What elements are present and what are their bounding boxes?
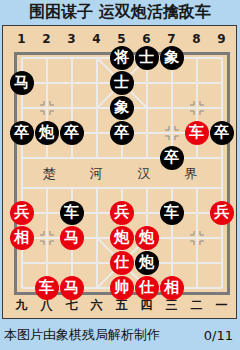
caption-bar: 本图片由象棋残局解析制作 0/11: [0, 320, 240, 350]
intersection-c3r4[interactable]: [59, 145, 84, 170]
intersection-c2r7[interactable]: [34, 225, 59, 250]
river-label-4: 界: [185, 165, 198, 183]
piece-black-象-c5r2[interactable]: 象: [110, 96, 134, 120]
intersection-c6r1[interactable]: [134, 70, 159, 95]
caption-text: 本图片由象棋残局解析制作: [4, 326, 160, 344]
intersection-c8r0[interactable]: [184, 45, 209, 70]
intersection-c9r1[interactable]: [209, 70, 234, 95]
piece-red-仕-c5r8[interactable]: 仕: [110, 251, 134, 275]
intersection-c4r1[interactable]: [84, 70, 109, 95]
intersection-c8r7[interactable]: [184, 225, 209, 250]
intersection-c3r8[interactable]: [59, 250, 84, 275]
intersection-c9r2[interactable]: [209, 95, 234, 120]
intersection-c8r1[interactable]: [184, 70, 209, 95]
piece-black-象-c7r0[interactable]: 象: [160, 46, 184, 70]
piece-black-马-c1r1[interactable]: 马: [10, 71, 34, 95]
piece-red-帅-c5r9[interactable]: 帅: [110, 276, 134, 300]
intersection-c5r0[interactable]: 将: [109, 45, 134, 70]
piece-black-将-c5r0[interactable]: 将: [110, 46, 134, 70]
intersection-c2r9[interactable]: 车: [34, 275, 59, 300]
piece-black-车-c3r6[interactable]: 车: [60, 201, 84, 225]
intersection-c4r0[interactable]: [84, 45, 109, 70]
piece-red-相-c7r9[interactable]: 相: [160, 276, 184, 300]
intersection-c4r8[interactable]: [84, 250, 109, 275]
intersection-c7r0[interactable]: 象: [159, 45, 184, 70]
piece-red-兵-c1r6[interactable]: 兵: [10, 201, 34, 225]
intersection-c4r9[interactable]: [84, 275, 109, 300]
piece-red-相-c1r7[interactable]: 相: [10, 226, 34, 250]
intersection-c3r5[interactable]: [59, 175, 84, 200]
piece-red-炮-c6r7[interactable]: 炮: [135, 226, 159, 250]
intersection-c4r7[interactable]: [84, 225, 109, 250]
intersection-c3r2[interactable]: [59, 95, 84, 120]
piece-red-仕-c6r9[interactable]: 仕: [135, 276, 159, 300]
intersection-c5r8[interactable]: 仕: [109, 250, 134, 275]
intersection-c5r9[interactable]: 帅: [109, 275, 134, 300]
intersection-c1r0[interactable]: [9, 45, 34, 70]
intersection-c8r2[interactable]: [184, 95, 209, 120]
intersection-c8r3[interactable]: 车: [184, 120, 209, 145]
piece-black-炮-c6r8[interactable]: 炮: [135, 251, 159, 275]
intersection-c6r0[interactable]: 士: [134, 45, 159, 70]
intersection-c2r1[interactable]: [34, 70, 59, 95]
intersection-c2r0[interactable]: [34, 45, 59, 70]
intersection-c9r9[interactable]: [209, 275, 234, 300]
intersection-c9r0[interactable]: [209, 45, 234, 70]
piece-red-车-c8r3[interactable]: 车: [185, 121, 209, 145]
intersection-c6r8[interactable]: 炮: [134, 250, 159, 275]
intersection-c9r4[interactable]: [209, 145, 234, 170]
intersection-c8r8[interactable]: [184, 250, 209, 275]
intersection-c6r2[interactable]: [134, 95, 159, 120]
piece-black-卒-c1r3[interactable]: 卒: [10, 121, 34, 145]
intersection-c1r3[interactable]: 卒: [9, 120, 34, 145]
intersection-c8r9[interactable]: [184, 275, 209, 300]
river-label-3: 汉: [138, 165, 151, 183]
piece-black-车-c7r6[interactable]: 车: [160, 201, 184, 225]
intersection-c5r2[interactable]: 象: [109, 95, 134, 120]
intersection-c6r9[interactable]: 仕: [134, 275, 159, 300]
piece-black-士-c6r0[interactable]: 士: [135, 46, 159, 70]
intersection-c7r7[interactable]: [159, 225, 184, 250]
intersection-c3r7[interactable]: 马: [59, 225, 84, 250]
intersection-c5r6[interactable]: 兵: [109, 200, 134, 225]
piece-black-卒-c9r3[interactable]: 卒: [210, 121, 234, 145]
intersection-c2r6[interactable]: [34, 200, 59, 225]
intersection-c2r8[interactable]: [34, 250, 59, 275]
intersection-c7r8[interactable]: [159, 250, 184, 275]
intersection-c7r5[interactable]: [159, 175, 184, 200]
intersection-c5r3[interactable]: 卒: [109, 120, 134, 145]
intersection-c5r1[interactable]: 士: [109, 70, 134, 95]
intersection-c9r5[interactable]: [209, 175, 234, 200]
intersection-c1r9[interactable]: [9, 275, 34, 300]
piece-black-卒-c5r3[interactable]: 卒: [110, 121, 134, 145]
piece-red-兵-c9r6[interactable]: 兵: [210, 201, 234, 225]
intersection-c7r3[interactable]: [159, 120, 184, 145]
intersection-c6r7[interactable]: 炮: [134, 225, 159, 250]
intersection-c1r8[interactable]: [9, 250, 34, 275]
intersection-c7r1[interactable]: [159, 70, 184, 95]
intersection-c1r5[interactable]: [9, 175, 34, 200]
intersection-c2r2[interactable]: [34, 95, 59, 120]
intersection-c4r6[interactable]: [84, 200, 109, 225]
intersection-c7r2[interactable]: [159, 95, 184, 120]
piece-red-兵-c5r6[interactable]: 兵: [110, 201, 134, 225]
intersection-c9r8[interactable]: [209, 250, 234, 275]
piece-red-马-c3r9[interactable]: 马: [60, 276, 84, 300]
intersection-c7r4[interactable]: 卒: [159, 145, 184, 170]
intersection-c1r7[interactable]: 相: [9, 225, 34, 250]
intersection-c5r4[interactable]: [109, 145, 134, 170]
intersection-c4r3[interactable]: [84, 120, 109, 145]
piece-red-车-c2r9[interactable]: 车: [35, 276, 59, 300]
intersection-c2r3[interactable]: 炮: [34, 120, 59, 145]
piece-black-炮-c2r3[interactable]: 炮: [35, 121, 59, 145]
move-counter: 0/11: [204, 328, 233, 343]
intersection-c5r7[interactable]: 炮: [109, 225, 134, 250]
intersection-c3r1[interactable]: [59, 70, 84, 95]
board-panel: 123456789 将士象马士象卒炮卒卒车卒卒兵车兵车兵相马炮炮仕炮车马帅仕相 …: [2, 25, 237, 319]
intersection-c4r2[interactable]: [84, 95, 109, 120]
intersection-c1r4[interactable]: [9, 145, 34, 170]
intersection-c3r3[interactable]: 卒: [59, 120, 84, 145]
piece-red-马-c3r7[interactable]: 马: [60, 226, 84, 250]
intersection-c6r6[interactable]: [134, 200, 159, 225]
intersection-c6r3[interactable]: [134, 120, 159, 145]
piece-black-卒-c3r3[interactable]: 卒: [60, 121, 84, 145]
intersection-c9r6[interactable]: 兵: [209, 200, 234, 225]
intersection-c3r6[interactable]: 车: [59, 200, 84, 225]
piece-red-炮-c5r7[interactable]: 炮: [110, 226, 134, 250]
intersection-c5r5[interactable]: [109, 175, 134, 200]
intersection-c1r2[interactable]: [9, 95, 34, 120]
intersection-c7r9[interactable]: 相: [159, 275, 184, 300]
intersection-c9r7[interactable]: [209, 225, 234, 250]
river-label-2: 河: [90, 165, 103, 183]
piece-black-士-c5r1[interactable]: 士: [110, 71, 134, 95]
intersection-c3r0[interactable]: [59, 45, 84, 70]
intersection-c7r6[interactable]: 车: [159, 200, 184, 225]
intersection-c9r3[interactable]: 卒: [209, 120, 234, 145]
intersection-c8r6[interactable]: [184, 200, 209, 225]
puzzle-title: 围困谋子 运双炮活擒敌车: [0, 0, 240, 25]
intersection-c3r9[interactable]: 马: [59, 275, 84, 300]
intersection-c1r6[interactable]: 兵: [9, 200, 34, 225]
piece-black-卒-c7r4[interactable]: 卒: [160, 146, 184, 170]
river-label-1: 楚: [43, 165, 56, 183]
intersection-c1r1[interactable]: 马: [9, 70, 34, 95]
